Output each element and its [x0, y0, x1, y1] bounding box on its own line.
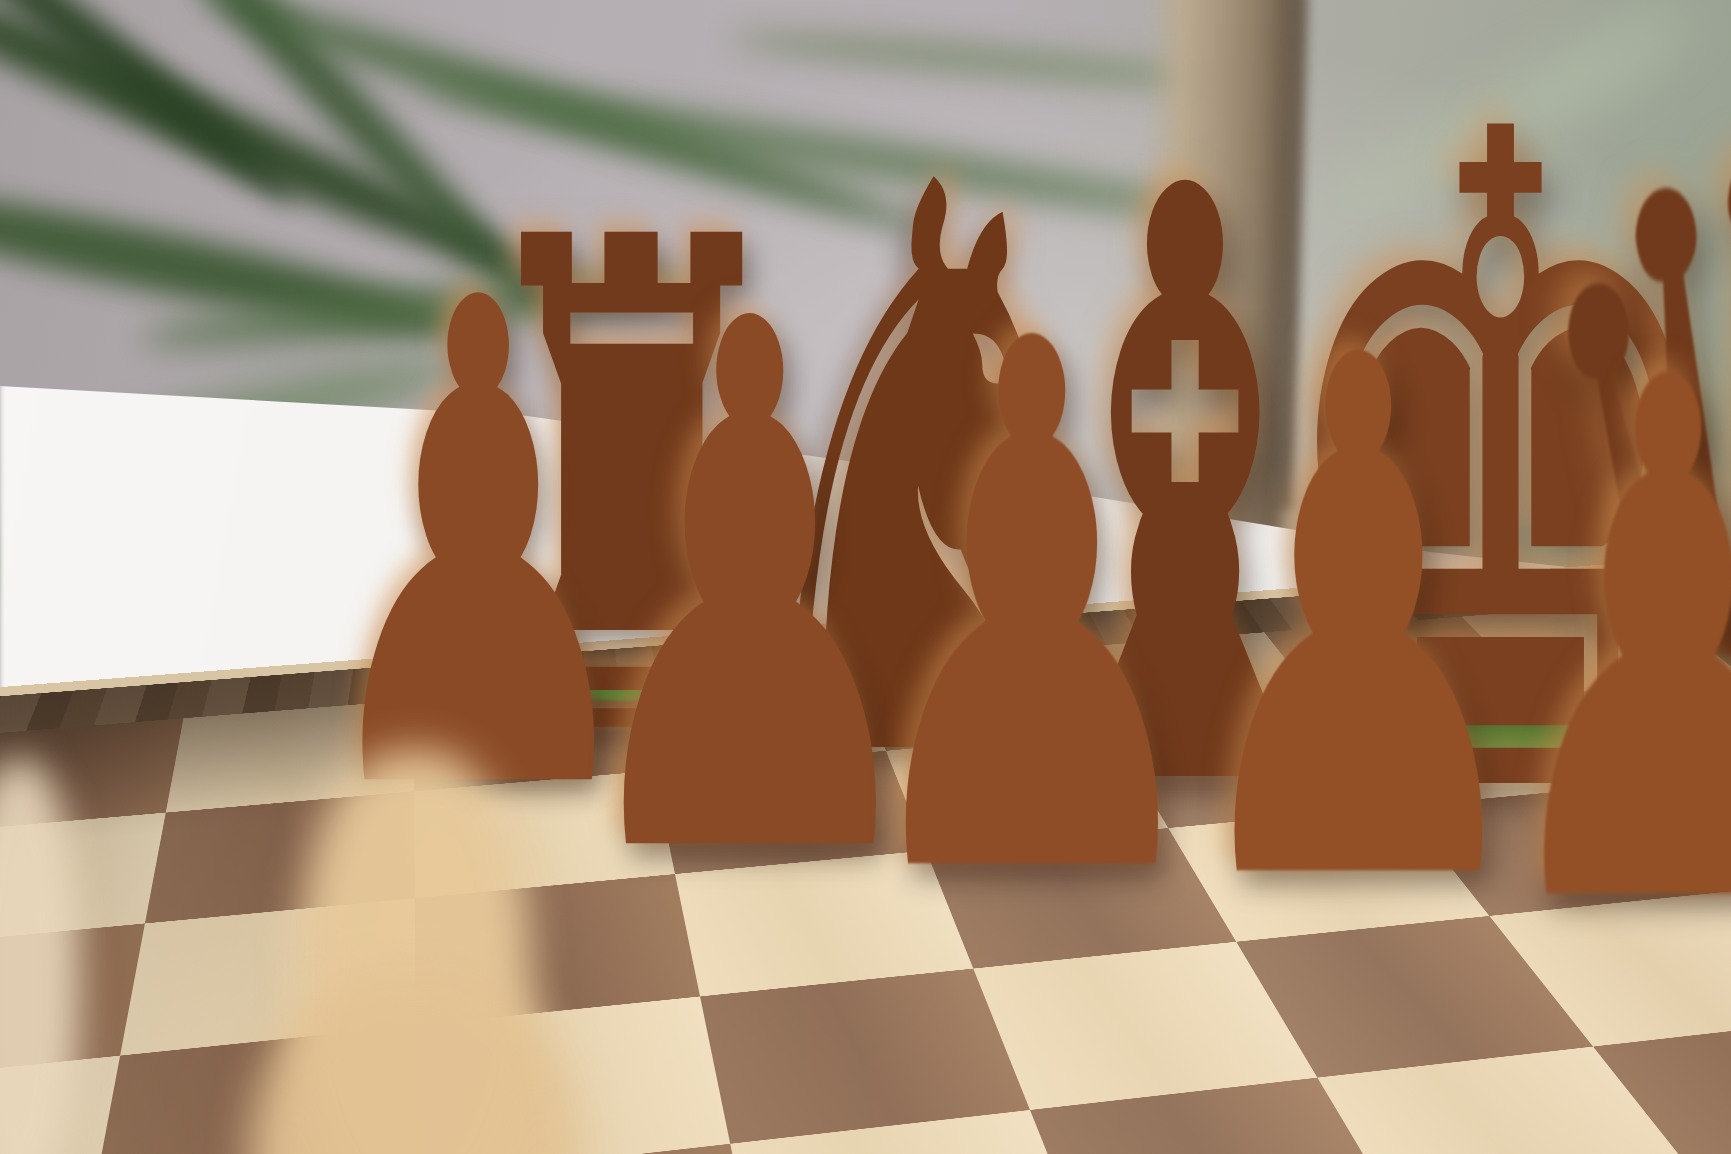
piece-black-pawn-e7: ♟ [1151, 267, 1565, 980]
piece-black-bishop: ♝ [948, 85, 1421, 901]
green-felt-base [1591, 842, 1731, 865]
green-felt-base [820, 688, 1020, 718]
green-felt-base [672, 790, 829, 814]
green-felt-base [954, 810, 1111, 834]
piece-black-pawn-f7: ♟ [821, 249, 1242, 975]
piece-black-pawn-g7: ♟ [539, 229, 960, 955]
green-felt-base [1281, 818, 1435, 841]
pieces-layer: ♜♞♝♚♟♟♛♟♟♟ [0, 0, 1731, 1154]
green-felt-base [548, 675, 716, 700]
green-felt-base [1370, 714, 1630, 753]
green-felt-base [1074, 713, 1296, 746]
photo-of-chess-set: ♜♞♝♚♟♟♛♟♟♟ [0, 0, 1731, 1154]
piece-black-pawn-d7: ♟ [1461, 289, 1731, 1004]
